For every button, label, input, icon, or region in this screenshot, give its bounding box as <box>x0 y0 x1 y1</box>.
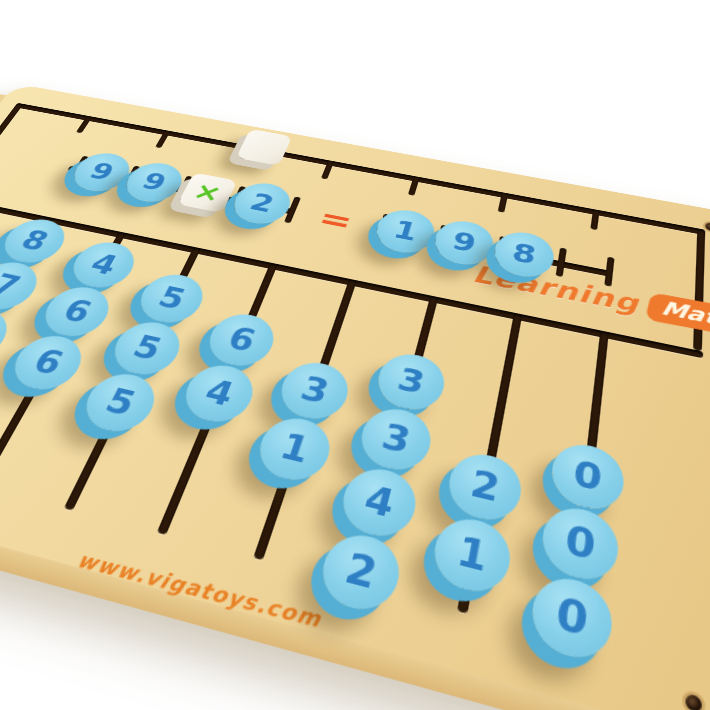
tile-glyph: 2 <box>341 548 381 596</box>
tile-glyph: 9 <box>450 228 479 256</box>
tile-glyph: 8 <box>510 240 538 269</box>
learning-maths-board: = Learning Maths VIGA www.vigatoys.com 9… <box>0 83 710 710</box>
tile-glyph: 4 <box>360 480 398 524</box>
digit-tile-6[interactable]: 6 <box>201 309 281 372</box>
tile-glyph: 5 <box>128 331 166 365</box>
printed-equals-sign: = <box>314 201 357 239</box>
tile-glyph: 3 <box>297 372 333 409</box>
tile-glyph: 9 <box>85 160 118 185</box>
digit-tile-2[interactable]: 2 <box>314 528 406 617</box>
digit-tile-3[interactable]: 3 <box>273 357 354 425</box>
tile-glyph: × <box>189 179 225 206</box>
tile-glyph: 6 <box>28 345 68 380</box>
tile-glyph: 9 <box>138 169 171 194</box>
tile-glyph: 1 <box>454 531 491 578</box>
tile-glyph: 5 <box>100 384 140 421</box>
digit-tile-3[interactable]: 3 <box>355 403 437 476</box>
screw-hole-top-right <box>705 222 710 232</box>
rail-cell-divider <box>590 209 599 230</box>
tile-glyph: 3 <box>394 363 428 399</box>
tile-glyph: 8 <box>16 227 53 255</box>
digit-tile-4[interactable]: 4 <box>335 462 422 543</box>
tile-glyph: 4 <box>86 250 122 280</box>
digit-tile-6[interactable]: 6 <box>35 282 118 342</box>
tile-glyph: 7 <box>0 270 25 301</box>
digit-tile-5[interactable]: 5 <box>76 368 164 437</box>
digit-tile-5[interactable]: 5 <box>105 317 189 380</box>
tile-glyph: 6 <box>224 323 260 357</box>
digit-tile-5[interactable]: 5 <box>132 270 212 328</box>
tile-glyph: 6 <box>58 295 96 327</box>
screw-hole-bottom-right <box>685 693 702 710</box>
tile-glyph: 5 <box>154 283 190 314</box>
digit-tile-0[interactable]: 0 <box>528 571 615 666</box>
website-text: www.vigatoys.com <box>73 547 325 633</box>
digit-tile-4[interactable]: 4 <box>64 238 143 293</box>
tile-glyph: 2 <box>246 190 277 216</box>
rail-cell-divider <box>604 257 614 287</box>
tile-glyph: 1 <box>391 217 421 245</box>
product-photo-stage: = Learning Maths VIGA www.vigatoys.com 9… <box>0 0 710 710</box>
tile-glyph: 1 <box>276 429 314 469</box>
tile-glyph: 0 <box>554 592 590 643</box>
digit-tile-1[interactable]: 1 <box>428 512 515 599</box>
tile-glyph: 3 <box>378 419 414 459</box>
rail-groove <box>0 103 24 198</box>
digit-tile-2[interactable]: 2 <box>443 448 525 527</box>
tile-glyph: 2 <box>467 465 502 508</box>
digit-tile-1[interactable]: 1 <box>251 412 337 487</box>
digit-tile-3[interactable]: 3 <box>372 349 450 416</box>
digit-tile-7[interactable]: 7 <box>0 304 18 366</box>
tile-glyph: 0 <box>563 520 597 566</box>
operator-tile-blank[interactable] <box>236 129 292 166</box>
digit-tile-0[interactable]: 0 <box>548 438 626 516</box>
tile-glyph: 4 <box>200 375 238 412</box>
digit-tile-4[interactable]: 4 <box>176 360 261 428</box>
digit-tile-7[interactable]: 7 <box>0 258 47 315</box>
tile-glyph: 0 <box>571 455 603 497</box>
digit-tile-1[interactable]: 1 <box>371 206 439 258</box>
digit-tile-0[interactable]: 0 <box>539 501 621 587</box>
rail-groove <box>693 228 705 351</box>
digit-tile-6[interactable]: 6 <box>4 330 92 395</box>
